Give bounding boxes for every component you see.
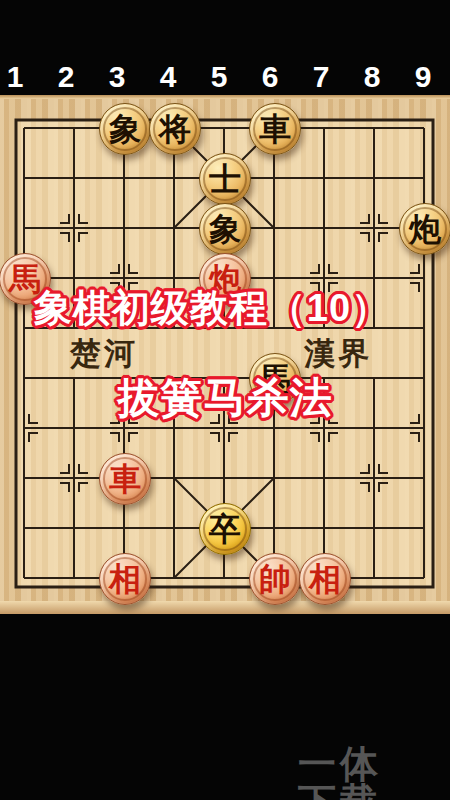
piece-black-soldier[interactable]: 卒 xyxy=(199,503,251,555)
file-label-top-4: 4 xyxy=(160,62,177,92)
file-label-top-8: 8 xyxy=(364,62,381,92)
piece-black-cannon[interactable]: 炮 xyxy=(399,203,450,255)
file-label-top-1: 1 xyxy=(7,62,24,92)
piece-red-elephant[interactable]: 相 xyxy=(299,553,351,605)
piece-red-chariot[interactable]: 車 xyxy=(99,453,151,505)
watermark: 一体下载 YITIXIAZAI xyxy=(285,745,395,800)
river-label-right: 漢界 xyxy=(304,338,372,369)
file-label-top-6: 6 xyxy=(262,62,279,92)
piece-black-chariot[interactable]: 車 xyxy=(249,103,301,155)
piece-black-advisor[interactable]: 士 xyxy=(199,153,251,205)
file-label-top-3: 3 xyxy=(109,62,126,92)
file-label-top-5: 5 xyxy=(211,62,228,92)
piece-red-general[interactable]: 帥 xyxy=(249,553,301,605)
board-top-edge xyxy=(0,95,450,99)
piece-black-general[interactable]: 将 xyxy=(149,103,201,155)
piece-black-elephant[interactable]: 象 xyxy=(99,103,151,155)
piece-black-elephant[interactable]: 象 xyxy=(199,203,251,255)
video-title-text: 象棋初级教程（10） xyxy=(34,288,390,330)
watermark-logo-text: 一体下载 xyxy=(285,745,395,800)
piece-red-elephant[interactable]: 相 xyxy=(99,553,151,605)
video-frame: 123456789 九八七六五四三二一 楚河 漢界 象将車士象炮馬卒馬炮車帥相相… xyxy=(0,0,450,800)
file-label-top-9: 9 xyxy=(415,62,432,92)
video-subtitle-text: 拔簧马杀法 xyxy=(118,375,333,421)
board-bottom-edge xyxy=(0,601,450,614)
river-label-left: 楚河 xyxy=(70,338,138,369)
file-label-top-2: 2 xyxy=(58,62,75,92)
file-label-top-7: 7 xyxy=(313,62,330,92)
